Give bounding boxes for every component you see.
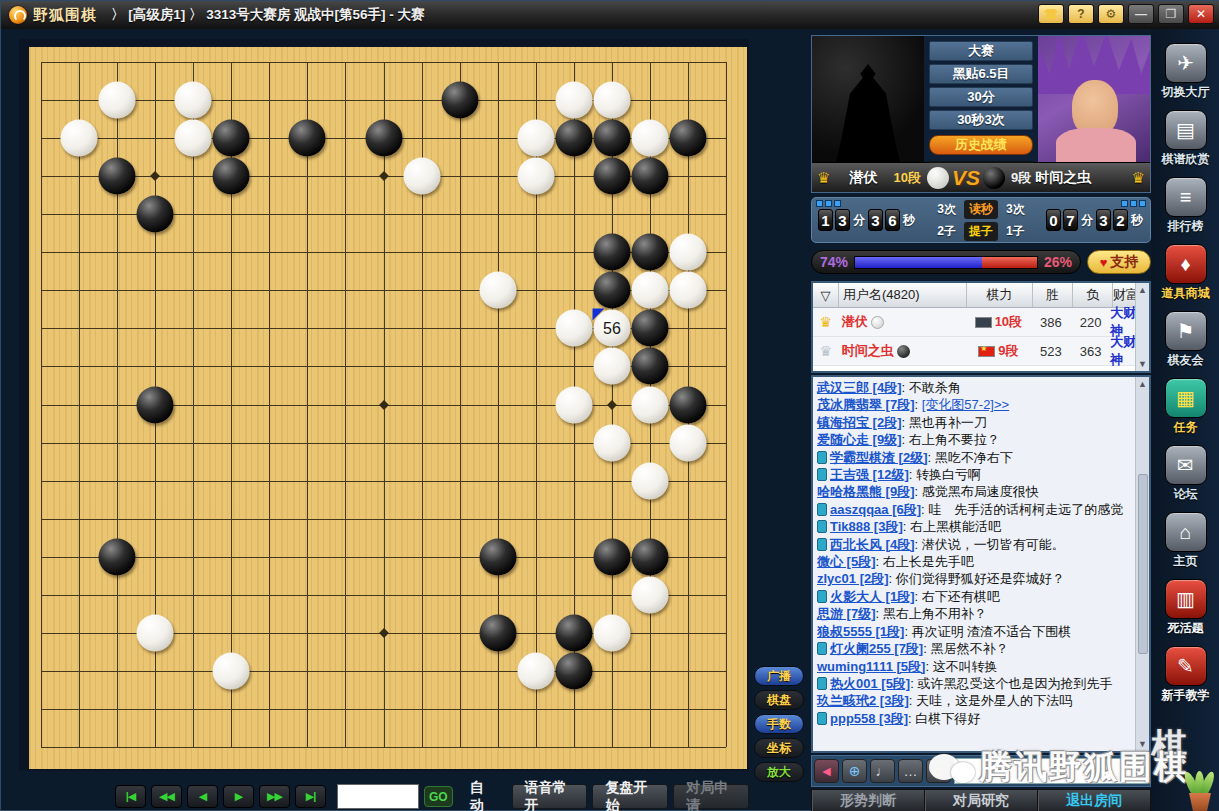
chat-bubble-icon[interactable]: …	[898, 759, 923, 783]
chat-text: 天哇，这是外星人的下法吗	[916, 693, 1072, 708]
app-logo-icon	[9, 6, 27, 24]
white-stone	[175, 82, 212, 119]
sidebar-item-label: 任务	[1174, 419, 1198, 436]
black-stone	[441, 82, 478, 119]
chat-text: 转换白亏啊	[916, 467, 981, 482]
black-stone	[670, 386, 707, 423]
mobile-icon	[817, 468, 827, 481]
chat-message: 狼叔5555 [1段]: 再次证明 渣渣不适合下围棋	[817, 623, 1133, 640]
support-track	[854, 256, 1038, 269]
chat-username[interactable]: 武汉三郎 [4段]	[817, 380, 902, 395]
chat-message: 学霸型棋渣 [2级]: 黑吃不净右下	[817, 449, 1133, 466]
chat-username[interactable]: 热火001 [5段]	[830, 676, 910, 691]
sidebar-item-棋友会[interactable]: ⚑棋友会	[1165, 311, 1207, 369]
ranking-icon: ≡	[1165, 177, 1207, 217]
white-stone	[479, 272, 516, 309]
grid-line-h	[41, 671, 726, 672]
chat-text: 你们觉得野狐好还是弈城好？	[896, 571, 1065, 586]
black-stone	[479, 614, 516, 651]
support-percentages: 74% 26%	[811, 250, 1081, 274]
support-right-pct: 26%	[1044, 254, 1072, 270]
variation-link[interactable]: [变化图57-2]>>	[922, 397, 1009, 412]
black-stone	[593, 234, 630, 271]
black-stone	[593, 538, 630, 575]
black-stone	[137, 386, 174, 423]
black-stone	[555, 614, 592, 651]
white-clock: 13分36秒	[818, 209, 916, 231]
exit-room-button[interactable]: 退出房间	[1038, 790, 1150, 811]
shirt-icon	[1044, 9, 1058, 20]
breadcrumb: 〉 [高级房1] 〉 3313号大赛房 观战中[第56手] - 大赛	[111, 6, 425, 24]
mobile-icon	[817, 451, 827, 464]
chat-username[interactable]: wuming1111 [5段]	[817, 659, 925, 674]
black-stone	[99, 538, 136, 575]
white-stone	[631, 462, 668, 499]
chat-text: 黑吃不净右下	[935, 450, 1013, 465]
board-toggle-手数[interactable]: 手数	[754, 714, 804, 734]
match-info-column: 大赛 黑贴6.5目 30分 30秒3次 历史战绩	[924, 36, 1038, 162]
move-number-label: 56	[593, 310, 630, 347]
chat-username[interactable]: zlyc01 [2段]	[817, 571, 889, 586]
black-clock: 07分32秒	[1046, 209, 1144, 231]
grid-line-v	[726, 62, 727, 747]
mobile-icon	[817, 590, 827, 603]
fast-forward-button[interactable]: ▶▶	[259, 785, 290, 808]
white-stone	[593, 82, 630, 119]
white-stone	[403, 158, 440, 195]
chat-username[interactable]: ppp558 [3段]	[830, 711, 908, 726]
mobile-icon	[817, 538, 827, 551]
first-move-button[interactable]: |◀	[115, 785, 146, 808]
mobile-icon	[817, 712, 827, 725]
support-button[interactable]: ♥ 支持	[1087, 250, 1151, 274]
black-stone	[631, 310, 668, 347]
skin-icon[interactable]	[1038, 4, 1064, 24]
user-name: 时间之虫	[842, 342, 894, 360]
chat-username[interactable]: 火影大人 [1段]	[830, 589, 915, 604]
mobile-icon	[817, 520, 827, 533]
white-stone	[631, 386, 668, 423]
move-number-input[interactable]	[337, 784, 419, 809]
scroll-up-icon[interactable]: ▲	[1138, 377, 1147, 391]
white-stone	[631, 272, 668, 309]
chat-message: aaszqqaa [6段]: 哇 先手活的话柯柯走远了的感觉	[817, 501, 1133, 518]
chat-username[interactable]: 微心 [5段]	[817, 554, 876, 569]
star-point	[379, 400, 389, 410]
support-blue-bar	[855, 257, 982, 268]
sidebar-item-棋谱欣赏[interactable]: ▤棋谱欣赏	[1162, 110, 1210, 168]
sidebar-item-切换大厅[interactable]: ✈切换大厅	[1162, 43, 1210, 101]
chat-text: 白棋下得好	[915, 711, 980, 726]
star-point	[379, 171, 389, 181]
white-clock-digit: 3	[868, 209, 883, 231]
chat-text: 这不叫转换	[933, 659, 998, 674]
chat-text: 哇 先手活的话柯柯走远了的感觉	[928, 502, 1123, 517]
sidebar-item-label: 新手教学	[1162, 687, 1210, 704]
home-icon: ⌂	[1165, 512, 1207, 552]
chat-message: 王吉强 [12级]: 转换白亏啊	[817, 466, 1133, 483]
scroll-down-icon[interactable]: ▼	[1138, 737, 1147, 751]
black-clock-digit: 7	[1063, 209, 1078, 231]
black-stone	[593, 272, 630, 309]
user-losses: 220	[1071, 315, 1111, 330]
black-stone	[213, 158, 250, 195]
gold-crown-icon: ♛	[820, 314, 833, 330]
sidebar-item-label: 死活题	[1168, 620, 1204, 637]
black-stone	[213, 120, 250, 157]
white-stone	[137, 614, 174, 651]
user-wins: 523	[1031, 344, 1071, 359]
chat-username[interactable]: 思游 [7级]	[817, 606, 876, 621]
clock-panel: 13分36秒 3次 读秒 3次 2子 提子 1子 07分32秒	[811, 197, 1151, 243]
white-stone	[61, 120, 98, 157]
white-clock-digit: 1	[818, 209, 833, 231]
history-record-button[interactable]: 历史战绩	[929, 135, 1033, 155]
col-wins[interactable]: 胜	[1033, 283, 1073, 307]
chat-toolbar: ◄ ⊕ ♩ … ☺	[811, 755, 1151, 787]
black-stone	[631, 348, 668, 385]
white-captures: 2子	[937, 223, 956, 240]
support-button-label: 支持	[1110, 253, 1138, 271]
white-stone	[555, 82, 592, 119]
auto-button[interactable]: 自动	[458, 784, 507, 809]
grid-line-h	[41, 519, 726, 520]
diamond-icon: ♦	[1165, 244, 1207, 284]
forward-button[interactable]: ▶	[223, 785, 254, 808]
black-captures: 1子	[1006, 223, 1025, 240]
byoyomi-label: 读秒	[964, 200, 998, 219]
board-toggle-坐标[interactable]: 坐标	[754, 738, 804, 758]
chat-message: 火影大人 [1段]: 右下还有棋吧	[817, 588, 1133, 605]
white-stone	[670, 272, 707, 309]
avatar-scarf	[1056, 128, 1136, 162]
black-stone	[593, 120, 630, 157]
chat-message: 西北长风 [4段]: 潜伏说，一切皆有可能。	[817, 536, 1133, 553]
chat-message: 玖兰畡玳2 [3段]: 天哇，这是外星人的下法吗	[817, 692, 1133, 709]
col-losses[interactable]: 负	[1073, 283, 1113, 307]
black-stone	[631, 234, 668, 271]
book-icon: ▤	[1165, 110, 1207, 150]
chat-username[interactable]: 爱随心走 [9级]	[817, 432, 902, 447]
match-type: 大赛	[929, 41, 1033, 61]
crown-icon-right: ♛	[1132, 169, 1145, 187]
table-row[interactable]: ♛时间之虫9段523363大财神	[813, 337, 1149, 366]
sidebar-item-死活题[interactable]: ▥死活题	[1165, 579, 1207, 637]
sidebar-item-任务[interactable]: ▦任务	[1165, 378, 1207, 436]
captures-label: 提子	[964, 222, 998, 241]
rocket-icon: ✈	[1165, 43, 1207, 83]
white-stone	[593, 614, 630, 651]
support-bar: 74% 26% ♥ 支持	[811, 249, 1151, 275]
chat-text: 或许黑忍受这个也是因为抢到先手	[917, 676, 1112, 691]
right-sidebar: ✈切换大厅▤棋谱欣赏≡排行榜♦道具商城⚑棋友会▦任务✉论坛⌂主页▥死活题✎新手教…	[1151, 29, 1219, 811]
chat-text: 黑右上角不用补？	[883, 606, 987, 621]
voice-toggle-button[interactable]: 语音常开	[512, 784, 588, 809]
minute-label: 分	[1081, 212, 1093, 229]
black-stone	[670, 120, 707, 157]
board-toggle-棋盘[interactable]: 棋盘	[754, 690, 804, 710]
playback-bar: |◀◀◀◀▶▶▶▶| GO 自动 语音常开 复盘开始 对局申请	[19, 781, 749, 811]
black-stone	[99, 158, 136, 195]
black-clock-digit: 0	[1046, 209, 1061, 231]
mobile-icon	[817, 677, 827, 690]
support-left-pct: 74%	[820, 254, 848, 270]
silver-crown-icon: ♛	[820, 343, 833, 359]
chat-username[interactable]: 狼叔5555 [1段]	[817, 624, 904, 639]
col-username[interactable]: 用户名(4820)	[839, 283, 967, 307]
settings-gear-icon[interactable]: ⚙	[1098, 4, 1124, 24]
crown-icon-left: ♛	[817, 169, 830, 187]
white-stone	[593, 348, 630, 385]
col-strength[interactable]: 棋力	[967, 283, 1033, 307]
filter-funnel-icon[interactable]: ▽	[813, 283, 839, 307]
chat-text: 再次证明 渣渣不适合下围棋	[912, 624, 1072, 639]
chat-input[interactable]	[954, 758, 1148, 784]
black-stone	[555, 120, 592, 157]
black-stone	[365, 120, 402, 157]
decor-squares-left	[816, 200, 841, 207]
fast-back-button[interactable]: ◀◀	[151, 785, 182, 808]
chat-username[interactable]: 镇海招宝 [2段]	[817, 415, 902, 430]
chat-message: 茂冰腾翡翠 [7段]: [变化图57-2]>>	[817, 396, 1133, 413]
globe-icon[interactable]: ⊕	[842, 759, 867, 783]
support-red-bar	[982, 257, 1037, 268]
sidebar-item-主页[interactable]: ⌂主页	[1165, 512, 1207, 570]
tasks-icon: ▦	[1165, 378, 1207, 418]
second-label: 秒	[1131, 212, 1143, 229]
sidebar-item-label: 棋谱欣赏	[1162, 151, 1210, 168]
black-player-rank: 9段	[1011, 169, 1031, 187]
white-stone-icon	[871, 316, 884, 329]
close-button[interactable]: ✕	[1188, 4, 1214, 24]
chat-message: 哈哈格黑熊 [9段]: 感觉黑布局速度很快	[817, 483, 1133, 500]
back-button[interactable]: ◀	[187, 785, 218, 808]
user-wins: 386	[1031, 315, 1071, 330]
sidebar-item-label: 切换大厅	[1162, 84, 1210, 101]
black-stone	[555, 652, 592, 689]
sidebar-item-label: 排行榜	[1168, 218, 1204, 235]
chat-message: 微心 [5段]: 右上长是先手吧	[817, 553, 1133, 570]
chat-username[interactable]: 学霸型棋渣 [2级]	[830, 450, 928, 465]
chat-message: wuming1111 [5段]: 这不叫转换	[817, 658, 1133, 675]
title-bar: 野狐围棋 〉 [高级房1] 〉 3313号大赛房 观战中[第56手] - 大赛 …	[1, 1, 1219, 29]
black-clock-digit: 2	[1113, 209, 1128, 231]
grid-line-v	[460, 62, 461, 747]
grid-line-h	[41, 481, 726, 482]
chat-username[interactable]: 灯火阑255 [7段]	[830, 641, 923, 656]
chat-message: 爱随心走 [9级]: 右上角不要拉？	[817, 431, 1133, 448]
sidebar-item-新手教学[interactable]: ✎新手教学	[1162, 646, 1210, 704]
chat-text: 感觉黑布局速度很快	[922, 484, 1039, 499]
white-stone-icon	[927, 167, 949, 189]
white-player-name: 潜伏	[849, 169, 877, 187]
fox-go-client-window: 野狐围棋 〉 [高级房1] 〉 3313号大赛房 观战中[第56手] - 大赛 …	[0, 0, 1219, 811]
chat-username[interactable]: 玖兰畡玳2 [3段]	[817, 693, 909, 708]
board-area: 56	[19, 39, 749, 771]
chat-message: Tik888 [3段]: 右上黑棋能活吧	[817, 518, 1133, 535]
last-move-button[interactable]: ▶|	[295, 785, 326, 808]
black-player-avatar	[1038, 36, 1150, 162]
chat-panel: 武汉三郎 [4段]: 不敢杀角茂冰腾翡翠 [7段]: [变化图57-2]>>镇海…	[811, 375, 1151, 753]
minute-label: 分	[853, 212, 865, 229]
white-clock-digit: 6	[885, 209, 900, 231]
sidebar-item-道具商城[interactable]: ♦道具商城	[1162, 244, 1210, 302]
chat-message: 灯火阑255 [7段]: 黑居然不补？	[817, 640, 1133, 657]
black-stone	[593, 158, 630, 195]
chat-text: 右上黑棋能活吧	[910, 519, 1001, 534]
grid-line-h	[41, 595, 726, 596]
white-stone	[175, 120, 212, 157]
chat-message: zlyc01 [2段]: 你们觉得野狐好还是弈城好？	[817, 570, 1133, 587]
problems-icon: ▥	[1165, 579, 1207, 619]
white-stone	[631, 576, 668, 613]
black-stone	[289, 120, 326, 157]
chat-username[interactable]: Tik888 [3段]	[830, 519, 903, 534]
grid-line-h	[41, 709, 726, 710]
chat-text: 右上角不要拉？	[909, 432, 1000, 447]
decor-squares-right	[1121, 200, 1146, 207]
game-request-button[interactable]: 对局申请	[673, 784, 749, 809]
sidebar-item-label: 论坛	[1174, 486, 1198, 503]
chat-text: 黑居然不补？	[930, 641, 1008, 656]
chat-messages: 武汉三郎 [4段]: 不敢杀角茂冰腾翡翠 [7段]: [变化图57-2]>>镇海…	[817, 379, 1133, 727]
mobile-icon	[817, 503, 827, 516]
go-board[interactable]: 56	[29, 47, 747, 769]
sidebar-item-label: 道具商城	[1162, 285, 1210, 302]
white-player-avatar	[812, 36, 924, 162]
plant-decoration	[1181, 757, 1219, 811]
chat-text: 黑也再补一刀	[909, 415, 987, 430]
white-stone	[517, 652, 554, 689]
white-byoyomi-count: 3次	[937, 201, 956, 218]
user-table: ▽ 用户名(4820) 棋力 胜 负 财富 ♛潜伏10段386220大财神♛时间…	[811, 281, 1151, 373]
last-move-stone: 56	[593, 310, 630, 347]
white-stone	[555, 310, 592, 347]
user-rank: 9段	[998, 342, 1018, 360]
sidebar-item-论坛[interactable]: ✉论坛	[1165, 445, 1207, 503]
white-stone	[670, 234, 707, 271]
star-point	[379, 628, 389, 638]
clock-center-info: 3次 读秒 3次 2子 提子 1子	[937, 200, 1024, 241]
chat-username[interactable]: 哈哈格黑熊 [9段]	[817, 484, 915, 499]
scroll-down-icon[interactable]: ▼	[1138, 357, 1147, 371]
avatar-silhouette	[836, 64, 900, 162]
scroll-thumb[interactable]	[1138, 474, 1148, 654]
chat-message: 思游 [7级]: 黑右上角不用补？	[817, 605, 1133, 622]
vs-label: VS	[952, 166, 980, 190]
black-stone-icon	[983, 167, 1005, 189]
user-table-rows: ♛潜伏10段386220大财神♛时间之虫9段523363大财神	[813, 308, 1149, 366]
sidebar-item-label: 棋友会	[1168, 352, 1204, 369]
black-stone	[137, 196, 174, 233]
chat-text: 不敢杀角	[909, 380, 961, 395]
white-stone	[670, 424, 707, 461]
chat-message: 武汉三郎 [4段]: 不敢杀角	[817, 379, 1133, 396]
white-stone	[517, 120, 554, 157]
black-player-name: 时间之虫	[1035, 169, 1091, 187]
player-card: 大赛 黑贴6.5目 30分 30秒3次 历史战绩 ♛ 潜伏 10段 VS 9段 …	[811, 35, 1151, 193]
mobile-icon	[817, 642, 827, 655]
chat-username[interactable]: aaszqqaa [6段]	[830, 502, 921, 517]
teaching-icon: ✎	[1165, 646, 1207, 686]
vs-bar: ♛ 潜伏 10段 VS 9段 时间之虫 ♛	[812, 162, 1150, 192]
chat-message: 镇海招宝 [2段]: 黑也再补一刀	[817, 414, 1133, 431]
white-stone	[555, 386, 592, 423]
board-toggle-广播[interactable]: 广播	[754, 666, 804, 686]
flag-icon	[978, 346, 995, 357]
white-player-rank: 10段	[893, 169, 920, 187]
match-byoyomi-rule: 30秒3次	[929, 110, 1033, 130]
history-win-bar	[929, 161, 1033, 163]
chat-scrollbar[interactable]: ▲▼	[1135, 377, 1149, 751]
maximize-button[interactable]: ❐	[1158, 4, 1184, 24]
chat-username[interactable]: 王吉强 [12级]	[830, 467, 909, 482]
second-label: 秒	[903, 212, 915, 229]
sidebar-item-label: 主页	[1174, 553, 1198, 570]
black-stone-icon	[897, 345, 910, 358]
white-stone	[593, 424, 630, 461]
position-judge-button[interactable]: 形势判断	[812, 790, 925, 811]
room-action-bar: 形势判断 对局研究 退出房间	[811, 789, 1151, 811]
app-name: 野狐围棋	[33, 6, 97, 25]
black-stone	[631, 538, 668, 575]
chat-username[interactable]: 西北长风 [4段]	[830, 537, 915, 552]
chat-text: 右上长是先手吧	[883, 554, 974, 569]
black-stone	[479, 538, 516, 575]
white-stone	[99, 82, 136, 119]
minimize-button[interactable]: —	[1128, 4, 1154, 24]
star-point	[607, 400, 617, 410]
speaker-icon[interactable]: ◄	[814, 759, 839, 783]
microphone-icon[interactable]: ♩	[870, 759, 895, 783]
chat-message: 热火001 [5段]: 或许黑忍受这个也是因为抢到先手	[817, 675, 1133, 692]
smiley-icon[interactable]: ☺	[926, 759, 951, 783]
scroll-up-icon[interactable]: ▲	[1138, 283, 1147, 297]
flag-icon: ⚑	[1165, 311, 1207, 351]
table-row[interactable]: ♛潜伏10段386220大财神	[813, 308, 1149, 337]
sidebar-item-排行榜[interactable]: ≡排行榜	[1165, 177, 1207, 235]
playback-buttons: |◀◀◀◀▶▶▶▶|	[115, 785, 326, 808]
black-byoyomi-count: 3次	[1006, 201, 1025, 218]
heart-icon: ♥	[1100, 255, 1108, 270]
star-point	[150, 171, 160, 181]
black-clock-digit: 3	[1096, 209, 1111, 231]
black-stone	[631, 158, 668, 195]
user-table-header: ▽ 用户名(4820) 棋力 胜 负 财富	[813, 283, 1149, 308]
white-stone	[213, 652, 250, 689]
user-table-scrollbar[interactable]: ▲▼	[1135, 283, 1149, 371]
user-name: 潜伏	[842, 313, 868, 331]
chat-message: ppp558 [3段]: 白棋下得好	[817, 710, 1133, 727]
go-button[interactable]: GO	[424, 786, 453, 807]
chat-username[interactable]: 茂冰腾翡翠 [7段]	[817, 397, 915, 412]
grid-line-h	[41, 747, 726, 748]
help-button[interactable]: ?	[1068, 4, 1094, 24]
flag-icon	[975, 317, 992, 328]
user-losses: 363	[1071, 344, 1111, 359]
white-stone	[631, 120, 668, 157]
white-stone	[517, 158, 554, 195]
board-toggle-buttons: 广播棋盘手数坐标放大	[754, 666, 806, 782]
board-toggle-放大[interactable]: 放大	[754, 762, 804, 782]
replay-start-button[interactable]: 复盘开始	[592, 784, 668, 809]
match-main-time: 30分	[929, 87, 1033, 107]
user-rank: 10段	[995, 313, 1022, 331]
forum-icon: ✉	[1165, 445, 1207, 485]
game-research-button[interactable]: 对局研究	[925, 790, 1038, 811]
match-komi: 黑贴6.5目	[929, 64, 1033, 84]
chat-text: 潜伏说，一切皆有可能。	[922, 537, 1065, 552]
